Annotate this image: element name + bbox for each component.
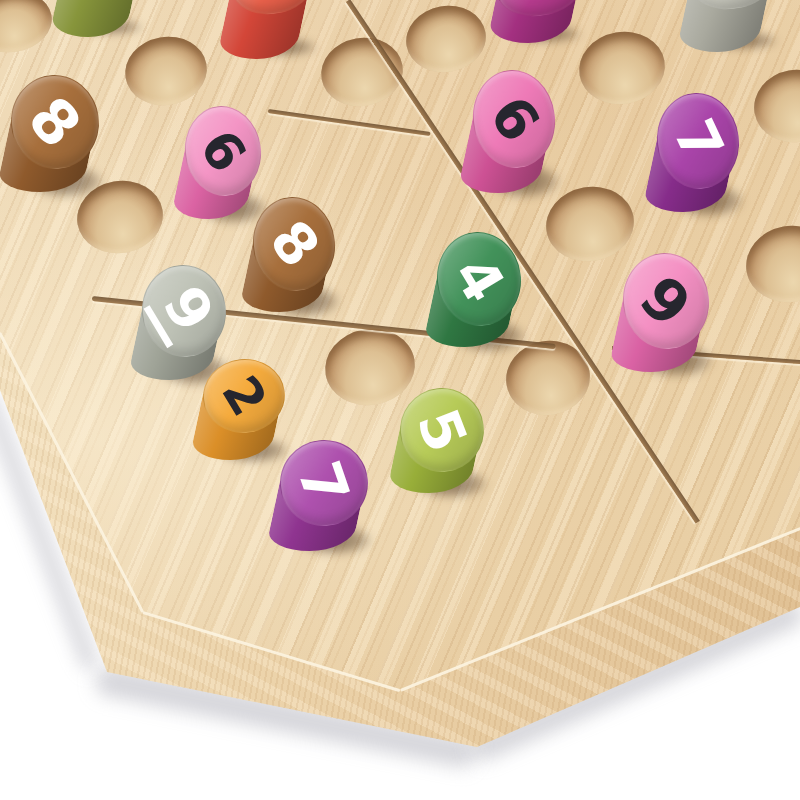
peg-number: 9 [143,274,224,348]
peg-number: 4 [444,247,513,310]
board-hole[interactable] [0,0,57,58]
peg-number: 9 [631,266,702,337]
peg-7-purple-a[interactable]: 7 [657,93,737,229]
peg-7-purple-b[interactable]: 7 [280,440,366,568]
peg-number: 6 [480,87,548,151]
peg-5-yellowgreen[interactable]: 5 [400,388,482,510]
board-hole[interactable] [748,63,800,148]
peg-number: 8 [19,86,92,157]
block-divider-groove [268,109,431,136]
board-hole[interactable] [740,219,800,309]
peg-6-pink-a[interactable]: 6 [185,106,259,236]
peg-9-pink[interactable]: 9 [623,253,707,389]
peg-2-orange[interactable]: 2 [203,359,283,477]
peg-8-brown-b[interactable]: 8 [253,197,333,329]
peg-olive-cutoff[interactable] [62,0,138,54]
peg-magenta-cutoff[interactable] [498,0,578,60]
peg-number: 7 [664,112,731,171]
peg-number: 6 [191,121,254,180]
sudoku-board-photo: 86678949257 [0,0,800,800]
pegs-and-holes-layer: 86678949257 [0,0,800,800]
peg-4-green[interactable]: 4 [437,232,519,364]
peg-number: 2 [214,368,275,424]
peg-number: 5 [408,401,475,458]
peg-8-brown-a[interactable]: 8 [11,75,97,209]
peg-grey-cutoff[interactable] [691,0,771,69]
board-hole[interactable] [401,0,491,78]
peg-number: 7 [289,454,358,512]
peg-number: 8 [260,211,328,277]
peg-6-pink-b[interactable]: 6 [473,70,553,210]
peg-red-cutoff[interactable] [232,0,310,76]
